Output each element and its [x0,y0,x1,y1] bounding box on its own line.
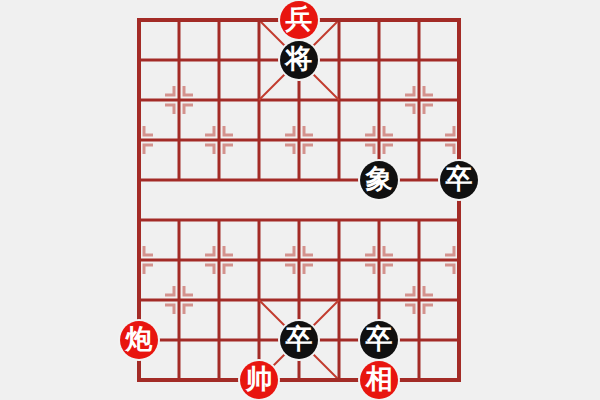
piece-black-soldier[interactable]: 卒 [440,161,478,199]
piece-red-elephant[interactable]: 相 [360,361,398,399]
piece-glyph: 帅 [246,366,273,393]
board-point: 象 [359,160,399,200]
board-point: 卒 [279,320,319,360]
board-point: 兵 [279,0,319,40]
piece-glyph: 象 [366,166,393,193]
board-point: 卒 [439,160,479,200]
piece-black-elephant[interactable]: 象 [360,161,398,199]
board-point: 相 [359,360,399,400]
xiangqi-board: 兵将象卒炮卒卒帅相 [0,0,600,400]
piece-glyph: 卒 [366,326,393,353]
piece-red-cannon[interactable]: 炮 [120,321,158,359]
piece-glyph: 将 [286,46,313,73]
piece-red-soldier[interactable]: 兵 [280,1,318,39]
piece-red-general[interactable]: 帅 [240,361,278,399]
piece-glyph: 炮 [126,326,153,353]
piece-glyph: 兵 [286,6,313,33]
board-point: 将 [279,40,319,80]
piece-glyph: 卒 [286,326,313,353]
board-point: 帅 [239,360,279,400]
piece-glyph: 卒 [446,166,473,193]
pieces-layer: 兵将象卒炮卒卒帅相 [119,0,479,400]
piece-black-soldier[interactable]: 卒 [280,321,318,359]
piece-glyph: 相 [366,366,393,393]
board-point: 炮 [119,320,159,360]
board-point: 卒 [359,320,399,360]
piece-black-general[interactable]: 将 [280,41,318,79]
piece-black-soldier[interactable]: 卒 [360,321,398,359]
